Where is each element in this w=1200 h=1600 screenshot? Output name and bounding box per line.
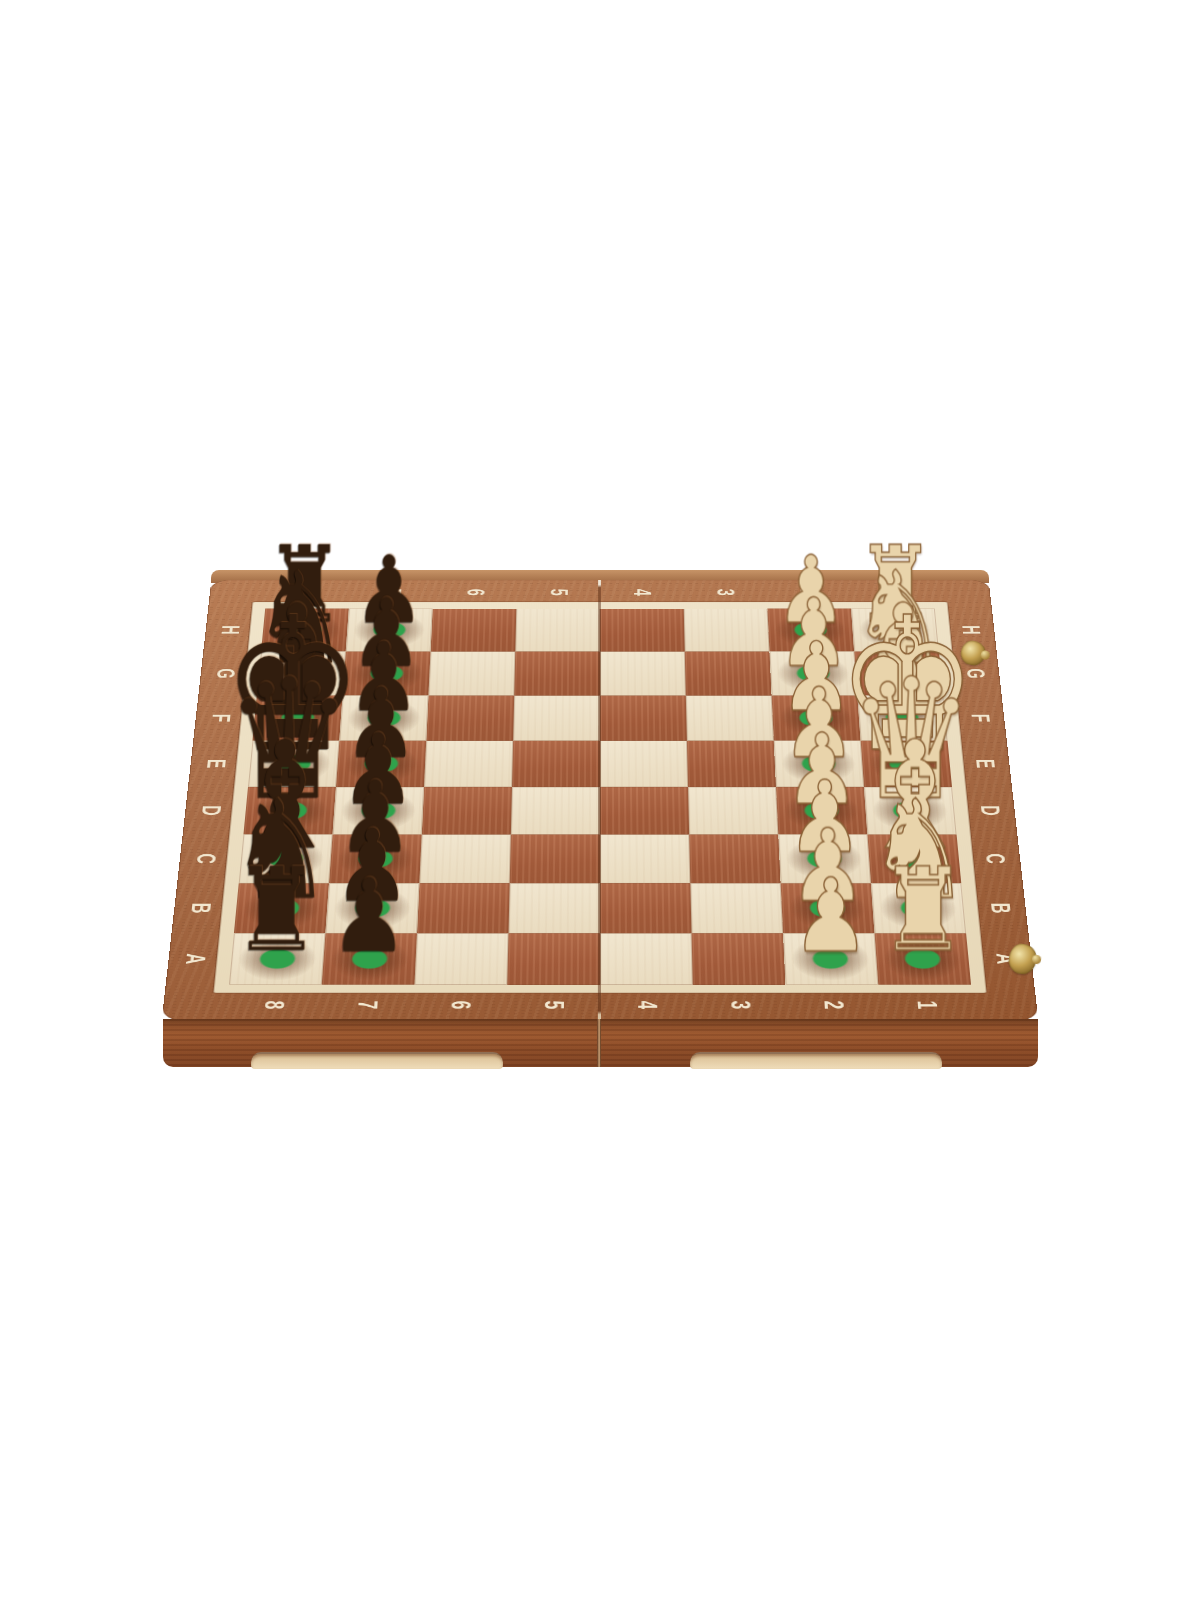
rank-label-far-8: 8	[293, 589, 323, 596]
square-a4	[600, 933, 693, 984]
chess-board: ♜♟♟♜♞♟♟♞♝♟♟♝♚♟♟♚♛♟♟♛♝♟♟♝♞♟♟♞♜♟♟♜ HH88GG7…	[162, 580, 1039, 1021]
square-b6	[417, 883, 510, 933]
white-rook-a1: ♜	[879, 852, 967, 967]
square-e3	[687, 741, 776, 787]
rank-label-near-5: 5	[537, 1001, 570, 1010]
square-h5	[515, 609, 600, 652]
square-a6	[414, 933, 508, 984]
square-a5	[507, 933, 600, 984]
rank-label-near-8: 8	[257, 1001, 291, 1010]
file-label-right-c: C	[978, 854, 1011, 864]
square-b5	[508, 883, 600, 933]
square-h6	[431, 609, 517, 652]
square-c5	[510, 835, 600, 884]
square-e4	[600, 741, 688, 787]
rank-label-far-3: 3	[710, 589, 740, 596]
file-label-right-h: H	[955, 625, 986, 634]
square-b4	[600, 883, 692, 933]
board-side-edge	[163, 1019, 1038, 1067]
square-c6	[419, 835, 510, 884]
rank-label-near-2: 2	[816, 1001, 849, 1010]
square-f3	[686, 696, 774, 741]
square-c3	[689, 835, 780, 884]
rank-label-far-6: 6	[460, 589, 490, 596]
square-g3	[685, 652, 772, 696]
handle-recess-right	[690, 1052, 942, 1069]
square-d3	[688, 787, 778, 835]
rank-label-near-7: 7	[350, 1001, 383, 1010]
black-pawn-a7: ♟	[330, 865, 408, 967]
square-a7: ♟	[322, 933, 417, 984]
square-b3	[690, 883, 783, 933]
square-f5	[513, 696, 600, 741]
rank-label-near-1: 1	[910, 1001, 944, 1010]
square-f6	[426, 696, 514, 741]
file-label-left-b: B	[184, 903, 217, 914]
square-a3	[692, 933, 786, 984]
rank-label-far-7: 7	[377, 589, 407, 596]
rank-label-near-6: 6	[444, 1001, 477, 1010]
square-g5	[514, 652, 600, 696]
square-h3	[684, 609, 770, 652]
file-label-left-h: H	[214, 625, 245, 634]
file-label-left-d: D	[194, 806, 226, 816]
square-d5	[511, 787, 600, 835]
file-label-left-c: C	[189, 854, 222, 864]
square-e5	[512, 741, 600, 787]
square-g4	[600, 652, 686, 696]
square-a2: ♟	[783, 933, 878, 984]
square-g6	[428, 652, 515, 696]
rank-label-near-3: 3	[723, 1001, 756, 1010]
product-photo-chess-set: ♜♟♟♜♞♟♟♞♝♟♟♝♚♟♟♚♛♟♟♛♝♟♟♝♞♟♟♞♜♟♟♜ HH88GG7…	[0, 0, 1200, 1600]
square-h4	[600, 609, 685, 652]
square-e6	[424, 741, 513, 787]
file-label-right-b: B	[983, 903, 1016, 914]
board-3d-scene: ♜♟♟♜♞♟♟♞♝♟♟♝♚♟♟♚♛♟♟♛♝♟♟♝♞♟♟♞♜♟♟♜ HH88GG7…	[162, 580, 1039, 1021]
rank-label-far-1: 1	[877, 589, 907, 596]
black-rook-a8: ♜	[233, 852, 321, 967]
square-a1: ♜	[875, 933, 971, 984]
file-label-left-a: A	[178, 953, 212, 964]
white-pawn-a2: ♟	[792, 865, 870, 967]
rank-label-far-4: 4	[627, 589, 656, 596]
square-d4	[600, 787, 689, 835]
square-d6	[422, 787, 512, 835]
handle-recess-left	[251, 1052, 503, 1069]
rank-label-far-5: 5	[544, 589, 573, 596]
file-label-right-d: D	[973, 806, 1005, 816]
square-a8: ♜	[229, 933, 325, 984]
rank-label-near-4: 4	[630, 1001, 663, 1010]
square-f4	[600, 696, 687, 741]
rank-label-far-2: 2	[793, 589, 823, 596]
side-hinge-seam	[597, 1019, 601, 1067]
square-c4	[600, 835, 690, 884]
